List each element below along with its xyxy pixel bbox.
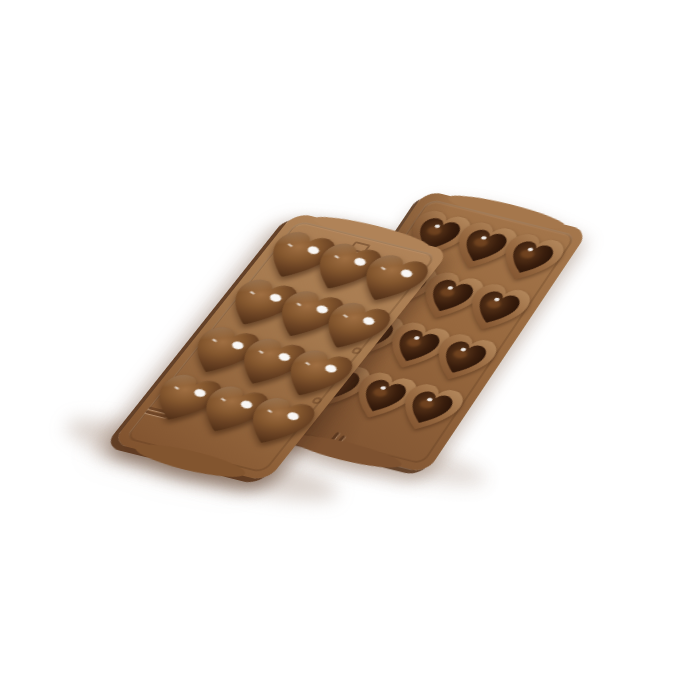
product-photo-stage — [0, 0, 700, 700]
embossed-size-code — [329, 432, 340, 442]
